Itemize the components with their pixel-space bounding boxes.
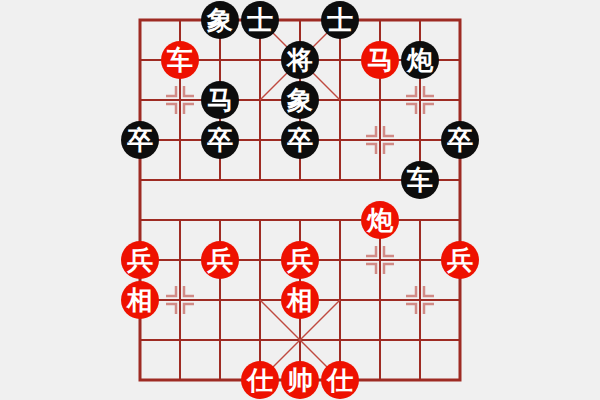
point-8-9[interactable] bbox=[400, 320, 440, 360]
piece-red-chariot[interactable]: 车 bbox=[161, 41, 199, 79]
point-5-4[interactable]: 卒 bbox=[280, 120, 320, 160]
point-6-9[interactable] bbox=[320, 320, 360, 360]
point-3-9[interactable] bbox=[200, 320, 240, 360]
point-3-7[interactable]: 兵 bbox=[200, 240, 240, 280]
point-4-5[interactable] bbox=[240, 160, 280, 200]
piece-black-soldier[interactable]: 卒 bbox=[121, 121, 159, 159]
point-2-1[interactable] bbox=[160, 0, 200, 40]
point-2-4[interactable] bbox=[160, 120, 200, 160]
point-5-5[interactable] bbox=[280, 160, 320, 200]
point-1-4[interactable]: 卒 bbox=[120, 120, 160, 160]
piece-red-advisor[interactable]: 仕 bbox=[321, 361, 359, 399]
point-5-10[interactable]: 帅 bbox=[280, 360, 320, 400]
piece-red-soldier[interactable]: 兵 bbox=[121, 241, 159, 279]
piece-black-elephant[interactable]: 象 bbox=[281, 81, 319, 119]
point-1-1[interactable] bbox=[120, 0, 160, 40]
piece-red-horse[interactable]: 马 bbox=[361, 41, 399, 79]
point-3-2[interactable] bbox=[200, 40, 240, 80]
point-8-8[interactable] bbox=[400, 280, 440, 320]
point-3-1[interactable]: 象 bbox=[200, 0, 240, 40]
point-7-6[interactable]: 炮 bbox=[360, 200, 400, 240]
point-1-10[interactable] bbox=[120, 360, 160, 400]
point-1-7[interactable]: 兵 bbox=[120, 240, 160, 280]
point-7-8[interactable] bbox=[360, 280, 400, 320]
point-2-7[interactable] bbox=[160, 240, 200, 280]
point-9-1[interactable] bbox=[440, 0, 480, 40]
point-8-6[interactable] bbox=[400, 200, 440, 240]
point-6-4[interactable] bbox=[320, 120, 360, 160]
point-1-5[interactable] bbox=[120, 160, 160, 200]
point-4-10[interactable]: 仕 bbox=[240, 360, 280, 400]
point-8-5[interactable]: 车 bbox=[400, 160, 440, 200]
piece-red-soldier[interactable]: 兵 bbox=[281, 241, 319, 279]
xiangqi-board: 象士士车将马炮马象卒卒卒卒车炮兵兵兵兵相相仕帅仕 bbox=[120, 0, 480, 400]
point-8-10[interactable] bbox=[400, 360, 440, 400]
point-5-8[interactable]: 相 bbox=[280, 280, 320, 320]
point-9-4[interactable]: 卒 bbox=[440, 120, 480, 160]
point-8-4[interactable] bbox=[400, 120, 440, 160]
point-9-8[interactable] bbox=[440, 280, 480, 320]
point-4-9[interactable] bbox=[240, 320, 280, 360]
point-4-1[interactable]: 士 bbox=[240, 0, 280, 40]
point-7-10[interactable] bbox=[360, 360, 400, 400]
piece-black-soldier[interactable]: 卒 bbox=[281, 121, 319, 159]
point-2-6[interactable] bbox=[160, 200, 200, 240]
point-6-7[interactable] bbox=[320, 240, 360, 280]
piece-black-advisor[interactable]: 士 bbox=[241, 1, 279, 39]
piece-red-elephant[interactable]: 相 bbox=[121, 281, 159, 319]
point-4-2[interactable] bbox=[240, 40, 280, 80]
piece-black-advisor[interactable]: 士 bbox=[321, 1, 359, 39]
piece-red-soldier[interactable]: 兵 bbox=[441, 241, 479, 279]
point-3-10[interactable] bbox=[200, 360, 240, 400]
point-2-9[interactable] bbox=[160, 320, 200, 360]
point-1-2[interactable] bbox=[120, 40, 160, 80]
piece-black-chariot[interactable]: 车 bbox=[401, 161, 439, 199]
point-1-6[interactable] bbox=[120, 200, 160, 240]
piece-red-general[interactable]: 帅 bbox=[281, 361, 319, 399]
piece-black-horse[interactable]: 马 bbox=[201, 81, 239, 119]
point-3-5[interactable] bbox=[200, 160, 240, 200]
point-7-5[interactable] bbox=[360, 160, 400, 200]
point-2-2[interactable]: 车 bbox=[160, 40, 200, 80]
point-6-6[interactable] bbox=[320, 200, 360, 240]
point-7-4[interactable] bbox=[360, 120, 400, 160]
point-9-3[interactable] bbox=[440, 80, 480, 120]
point-2-5[interactable] bbox=[160, 160, 200, 200]
point-9-2[interactable] bbox=[440, 40, 480, 80]
point-5-6[interactable] bbox=[280, 200, 320, 240]
piece-red-advisor[interactable]: 仕 bbox=[241, 361, 279, 399]
piece-black-general[interactable]: 将 bbox=[281, 41, 319, 79]
point-6-3[interactable] bbox=[320, 80, 360, 120]
point-2-3[interactable] bbox=[160, 80, 200, 120]
piece-black-soldier[interactable]: 卒 bbox=[201, 121, 239, 159]
point-7-1[interactable] bbox=[360, 0, 400, 40]
point-4-3[interactable] bbox=[240, 80, 280, 120]
point-5-1[interactable] bbox=[280, 0, 320, 40]
piece-red-cannon[interactable]: 炮 bbox=[361, 201, 399, 239]
piece-black-soldier[interactable]: 卒 bbox=[441, 121, 479, 159]
point-6-5[interactable] bbox=[320, 160, 360, 200]
point-6-8[interactable] bbox=[320, 280, 360, 320]
piece-red-elephant[interactable]: 相 bbox=[281, 281, 319, 319]
piece-red-soldier[interactable]: 兵 bbox=[201, 241, 239, 279]
point-5-2[interactable]: 将 bbox=[280, 40, 320, 80]
point-7-7[interactable] bbox=[360, 240, 400, 280]
point-5-9[interactable] bbox=[280, 320, 320, 360]
point-5-3[interactable]: 象 bbox=[280, 80, 320, 120]
piece-black-elephant[interactable]: 象 bbox=[201, 1, 239, 39]
point-8-2[interactable]: 炮 bbox=[400, 40, 440, 80]
point-1-9[interactable] bbox=[120, 320, 160, 360]
point-8-7[interactable] bbox=[400, 240, 440, 280]
point-6-10[interactable]: 仕 bbox=[320, 360, 360, 400]
point-9-6[interactable] bbox=[440, 200, 480, 240]
point-4-4[interactable] bbox=[240, 120, 280, 160]
point-8-3[interactable] bbox=[400, 80, 440, 120]
point-5-7[interactable]: 兵 bbox=[280, 240, 320, 280]
point-8-1[interactable] bbox=[400, 0, 440, 40]
point-7-9[interactable] bbox=[360, 320, 400, 360]
point-7-3[interactable] bbox=[360, 80, 400, 120]
point-9-7[interactable]: 兵 bbox=[440, 240, 480, 280]
point-1-8[interactable]: 相 bbox=[120, 280, 160, 320]
point-3-4[interactable]: 卒 bbox=[200, 120, 240, 160]
point-2-10[interactable] bbox=[160, 360, 200, 400]
point-4-8[interactable] bbox=[240, 280, 280, 320]
point-6-2[interactable] bbox=[320, 40, 360, 80]
piece-black-cannon[interactable]: 炮 bbox=[401, 41, 439, 79]
point-9-10[interactable] bbox=[440, 360, 480, 400]
point-2-8[interactable] bbox=[160, 280, 200, 320]
point-1-3[interactable] bbox=[120, 80, 160, 120]
point-4-6[interactable] bbox=[240, 200, 280, 240]
point-7-2[interactable]: 马 bbox=[360, 40, 400, 80]
point-9-9[interactable] bbox=[440, 320, 480, 360]
point-3-6[interactable] bbox=[200, 200, 240, 240]
point-4-7[interactable] bbox=[240, 240, 280, 280]
point-9-5[interactable] bbox=[440, 160, 480, 200]
app-background: 象士士车将马炮马象卒卒卒卒车炮兵兵兵兵相相仕帅仕 bbox=[0, 0, 600, 400]
point-6-1[interactable]: 士 bbox=[320, 0, 360, 40]
point-3-3[interactable]: 马 bbox=[200, 80, 240, 120]
point-3-8[interactable] bbox=[200, 280, 240, 320]
